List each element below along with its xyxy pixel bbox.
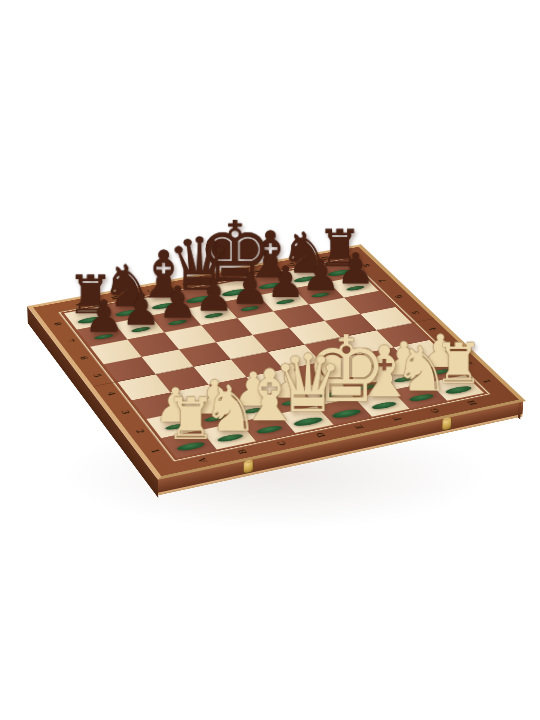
brass-clasp-left [244, 459, 253, 473]
piece-glyph: ♟ [121, 287, 161, 331]
brass-clasp-knob [444, 414, 450, 421]
coord-rank-4-left: 4 [103, 389, 122, 398]
square-a7: ♟ [77, 323, 128, 347]
coord-file-b-near: B [232, 447, 252, 457]
brass-clasp-knob [246, 457, 252, 464]
coord-rank-6-right: 6 [389, 293, 407, 301]
piece-glyph: ♜ [165, 391, 217, 449]
coord-rank-8-left: 8 [50, 320, 67, 328]
coord-file-d-near: D [310, 430, 330, 440]
coord-file-e-near: E [349, 422, 369, 432]
coord-rank-5-left: 5 [89, 371, 107, 380]
coord-rank-7-left: 7 [62, 336, 80, 344]
piece-glyph: ♟ [194, 274, 233, 318]
piece-glyph: ♟ [301, 254, 340, 297]
coord-file-h-near: H [462, 398, 482, 407]
coord-rank-3-left: 3 [117, 407, 136, 416]
coord-rank-6-left: 6 [76, 353, 94, 362]
coord-file-g-near: G [425, 406, 445, 415]
piece-glyph: ♟ [336, 247, 374, 290]
coord-file-a-near: A [192, 455, 212, 465]
piece-glyph: ♟ [84, 294, 124, 339]
coord-rank-2-left: 2 [131, 426, 150, 436]
coord-file-f-near: F [387, 414, 407, 423]
coord-file-c-near: C [271, 439, 291, 449]
square-a1: ♜ [161, 430, 216, 458]
coord-rank-1-left: 1 [146, 446, 165, 456]
piece-glyph: ♟ [230, 267, 269, 311]
piece-glyph: ♟ [266, 260, 305, 303]
coord-rank-5-right: 5 [406, 309, 424, 317]
product-photo: ♜♞♝♛♚♝♞♜♟♟♟♟♟♟♟♟♟♟♟♟♟♟♟♟♜♞♝♛♚♝♞♜ 1122334… [0, 0, 540, 720]
brass-clasp-right [442, 417, 451, 431]
coord-rank-7-right: 7 [373, 277, 391, 285]
piece-glyph: ♟ [158, 280, 197, 324]
